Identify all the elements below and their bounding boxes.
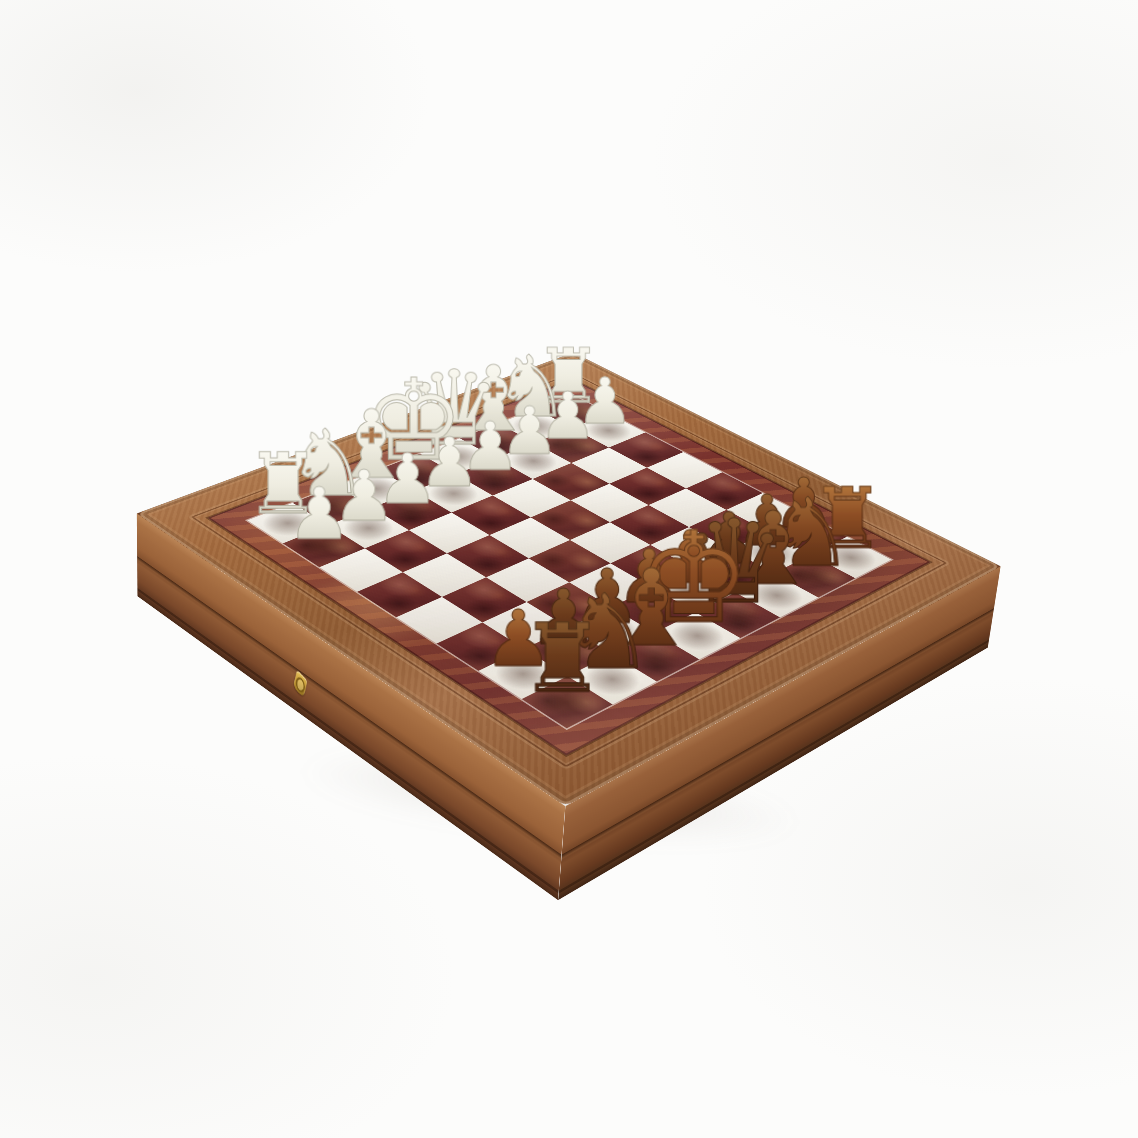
scene: ♜♟♟♜♞♟♟♞♝♟♟♝♛♟♟♛♚♟♟♚♝♟♟♝♞♟♟♞♜♟♟♜ xyxy=(0,0,1138,1138)
piece-glyph-white-pawn: ♟ xyxy=(248,480,391,548)
piece-glyph-black-rook: ♜ xyxy=(483,614,641,704)
chess-box: ♜♟♟♜♞♟♟♞♝♟♟♝♛♟♟♛♚♟♟♚♝♟♟♝♞♟♟♞♜♟♟♜ xyxy=(137,353,1001,807)
photo-background: ♜♟♟♜♞♟♟♞♝♟♟♝♛♟♟♛♚♟♟♚♝♟♟♝♞♟♟♞♜♟♟♜ xyxy=(0,0,1138,1138)
clasp-ring-icon xyxy=(295,674,306,695)
board-top: ♜♟♟♜♞♟♟♞♝♟♟♝♛♟♟♛♚♟♟♚♝♟♟♝♞♟♟♞♜♟♟♜ xyxy=(137,353,1001,807)
